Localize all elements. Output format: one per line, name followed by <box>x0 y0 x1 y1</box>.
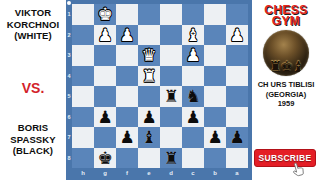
black-pawn: ♟ <box>141 107 156 128</box>
square-c3[interactable]: ♟ <box>182 45 204 66</box>
square-d8[interactable]: ♜ <box>160 148 182 169</box>
square-b7[interactable]: ♟ <box>204 127 226 148</box>
white-pawn: ♟ <box>185 45 200 66</box>
square-b1[interactable] <box>204 4 226 25</box>
file-labels: hgfedcba <box>72 168 248 180</box>
square-f5[interactable] <box>116 86 138 107</box>
white-player-line3: (WHITE) <box>0 30 66 42</box>
left-panel: VIKTOR KORCHNOI (WHITE) VS. BORIS SPASSK… <box>0 0 66 180</box>
white-rook: ♜ <box>141 66 156 87</box>
white-pawn: ♟ <box>97 25 112 46</box>
subscribe-label: SUBSCRIBE <box>259 153 312 163</box>
square-a3[interactable] <box>226 45 248 66</box>
square-f7[interactable]: ♟ <box>116 127 138 148</box>
event-info: CH URS TIBLISI (GEORGIA) 1959 <box>252 80 320 109</box>
black-player-name: BORIS SPASSKY (BLACK) <box>0 122 66 157</box>
square-h8[interactable] <box>72 148 94 169</box>
black-pawn: ♟ <box>97 107 112 128</box>
square-d3[interactable] <box>160 45 182 66</box>
square-c6[interactable]: ♟ <box>182 107 204 128</box>
subscribe-button[interactable]: SUBSCRIBE <box>254 149 316 167</box>
white-pawn: ♟ <box>229 25 244 46</box>
square-h5[interactable] <box>72 86 94 107</box>
file-label-d: d <box>160 168 182 180</box>
white-player-line2: KORCHNOI <box>0 19 66 31</box>
event-line2: (GEORGIA) <box>252 90 320 100</box>
square-e3[interactable]: ♛ <box>138 45 160 66</box>
white-player-name: VIKTOR KORCHNOI (WHITE) <box>0 7 66 42</box>
square-h1[interactable] <box>72 4 94 25</box>
square-g7[interactable] <box>94 127 116 148</box>
square-e6[interactable]: ♟ <box>138 107 160 128</box>
square-c7[interactable] <box>182 127 204 148</box>
channel-logo-title: CHESS GYM <box>252 5 320 27</box>
video-thumbnail: VIKTOR KORCHNOI (WHITE) VS. BORIS SPASSK… <box>0 0 320 180</box>
right-panel: CHESS GYM ♜♚♝ CH URS TIBLISI (GEORGIA) 1… <box>252 0 320 180</box>
white-king: ♚ <box>97 4 112 25</box>
square-h3[interactable] <box>72 45 94 66</box>
square-f2[interactable]: ♟ <box>116 25 138 46</box>
square-b8[interactable] <box>204 148 226 169</box>
square-b2[interactable] <box>204 25 226 46</box>
square-h6[interactable] <box>72 107 94 128</box>
square-c8[interactable] <box>182 148 204 169</box>
square-h2[interactable] <box>72 25 94 46</box>
black-player-line1: BORIS <box>0 122 66 134</box>
black-rook: ♜ <box>163 148 178 169</box>
chess-pieces-photo-icon: ♜♚♝ <box>263 30 309 76</box>
white-bishop: ♝ <box>185 25 200 46</box>
square-f1[interactable] <box>116 4 138 25</box>
square-f3[interactable] <box>116 45 138 66</box>
square-e2[interactable] <box>138 25 160 46</box>
event-line3: 1959 <box>252 99 320 109</box>
square-e7[interactable]: ♝ <box>138 127 160 148</box>
black-bishop: ♝ <box>141 127 156 148</box>
event-line1: CH URS TIBLISI <box>252 80 320 90</box>
black-player-line3: (BLACK) <box>0 145 66 157</box>
black-pawn: ♟ <box>207 127 222 148</box>
square-g2[interactable]: ♟ <box>94 25 116 46</box>
square-d7[interactable] <box>160 127 182 148</box>
square-d5[interactable]: ♜ <box>160 86 182 107</box>
white-pawn: ♟ <box>119 25 134 46</box>
logo-line2: GYM <box>252 16 320 27</box>
square-g3[interactable] <box>94 45 116 66</box>
square-c4[interactable] <box>182 66 204 87</box>
square-c1[interactable] <box>182 4 204 25</box>
white-player-line1: VIKTOR <box>0 7 66 19</box>
square-d6[interactable] <box>160 107 182 128</box>
square-b6[interactable] <box>204 107 226 128</box>
square-d1[interactable] <box>160 4 182 25</box>
square-h7[interactable] <box>72 127 94 148</box>
square-a2[interactable]: ♟ <box>226 25 248 46</box>
square-g6[interactable]: ♟ <box>94 107 116 128</box>
file-label-g: g <box>94 168 116 180</box>
file-label-e: e <box>138 168 160 180</box>
black-king: ♚ <box>97 148 112 169</box>
square-f4[interactable] <box>116 66 138 87</box>
square-a1[interactable] <box>226 4 248 25</box>
square-e4[interactable]: ♜ <box>138 66 160 87</box>
logo-chess-pieces: ♜♚♝ <box>269 58 303 76</box>
black-pawn: ♟ <box>119 127 134 148</box>
square-f8[interactable] <box>116 148 138 169</box>
black-knight: ♞ <box>185 86 200 107</box>
square-f6[interactable] <box>116 107 138 128</box>
square-a5[interactable] <box>226 86 248 107</box>
square-d4[interactable] <box>160 66 182 87</box>
black-rook: ♜ <box>163 86 178 107</box>
square-e1[interactable] <box>138 4 160 25</box>
square-b5[interactable] <box>204 86 226 107</box>
file-label-c: c <box>182 168 204 180</box>
square-a4[interactable] <box>226 66 248 87</box>
file-label-h: h <box>72 168 94 180</box>
black-player-line2: SPASSKY <box>0 134 66 146</box>
square-g4[interactable] <box>94 66 116 87</box>
square-d2[interactable] <box>160 25 182 46</box>
black-pawn: ♟ <box>229 127 244 148</box>
square-c2[interactable]: ♝ <box>182 25 204 46</box>
vs-label: VS. <box>0 80 66 96</box>
board-squares: ♚♟♟♝♟♛♟♜♜♞♟♟♟♟♝♟♟♚♜ <box>72 4 248 168</box>
black-pawn: ♟ <box>185 107 200 128</box>
square-e5[interactable] <box>138 86 160 107</box>
square-a6[interactable] <box>226 107 248 128</box>
square-a7[interactable]: ♟ <box>226 127 248 148</box>
file-label-b: b <box>204 168 226 180</box>
white-queen: ♛ <box>141 45 156 66</box>
square-b4[interactable] <box>204 66 226 87</box>
square-g1[interactable]: ♚ <box>94 4 116 25</box>
file-label-f: f <box>116 168 138 180</box>
file-label-a: a <box>226 168 248 180</box>
square-c5[interactable]: ♞ <box>182 86 204 107</box>
square-g5[interactable] <box>94 86 116 107</box>
square-h4[interactable] <box>72 66 94 87</box>
square-a8[interactable] <box>226 148 248 169</box>
square-b3[interactable] <box>204 45 226 66</box>
square-e8[interactable] <box>138 148 160 169</box>
chess-board[interactable]: 12345678 ♚♟♟♝♟♛♟♜♜♞♟♟♟♟♝♟♟♚♜ hgfedcba <box>66 0 252 180</box>
square-g8[interactable]: ♚ <box>94 148 116 169</box>
